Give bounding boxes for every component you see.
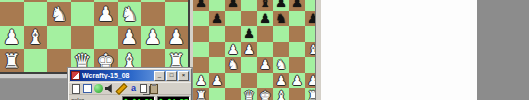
right-board-viewport: ♟♟♝♟♟♟♟♞♟♟♟♟♝♞♟♞♟♟♟♟♟♜♛♚♝♜ xyxy=(193,0,315,100)
white-pawn: ♟ xyxy=(259,58,271,71)
square-h2[interactable]: ♟ xyxy=(305,73,315,89)
square-e2[interactable] xyxy=(94,26,118,50)
square-c3[interactable]: ♞ xyxy=(225,57,241,73)
letter-a-icon[interactable]: a xyxy=(129,84,138,93)
open-document-icon[interactable] xyxy=(83,84,92,93)
square-h1[interactable]: ♜ xyxy=(305,88,315,100)
white-rook: ♜ xyxy=(195,89,207,100)
square-b5[interactable] xyxy=(209,26,225,42)
square-h3[interactable] xyxy=(305,57,315,73)
square-d2[interactable] xyxy=(71,26,95,50)
black-clock: 0:04:57 xyxy=(157,96,190,100)
square-e3[interactable]: ♟ xyxy=(94,2,118,26)
clipboard-icon[interactable] xyxy=(150,84,158,94)
white-pawn: ♟ xyxy=(3,27,21,47)
black-knight: ♞ xyxy=(275,12,287,25)
square-b2[interactable]: ♝ xyxy=(24,26,48,50)
dialog-toolbar: a xyxy=(69,82,191,94)
square-h7[interactable] xyxy=(305,0,315,11)
square-c4[interactable]: ♟ xyxy=(225,42,241,58)
square-a2[interactable]: ♟ xyxy=(0,26,24,50)
white-pawn: ♟ xyxy=(307,74,315,87)
square-a6[interactable] xyxy=(193,11,209,27)
square-b4[interactable] xyxy=(209,42,225,58)
square-f2[interactable]: ♟ xyxy=(273,73,289,89)
green-ball-icon[interactable] xyxy=(94,84,103,93)
color-label: color xyxy=(71,96,120,100)
close-button[interactable]: × xyxy=(178,71,189,81)
square-g2[interactable]: ♟ xyxy=(289,73,305,89)
square-b7[interactable] xyxy=(209,0,225,11)
square-c1[interactable] xyxy=(47,49,71,73)
white-pawn: ♟ xyxy=(275,74,287,87)
speaker-icon[interactable] xyxy=(105,84,114,93)
square-a7[interactable]: ♟ xyxy=(193,0,209,11)
square-g1[interactable] xyxy=(289,88,305,100)
square-d1[interactable]: ♛ xyxy=(241,88,257,100)
left-chessboard: ♞♟♞♟♝♟♟♟♜♛♚♝♜ xyxy=(0,0,188,73)
square-f3[interactable]: ♞ xyxy=(273,57,289,73)
white-knight: ♞ xyxy=(275,58,287,71)
square-b1[interactable] xyxy=(24,49,48,73)
white-pawn: ♟ xyxy=(195,74,207,87)
square-h4[interactable]: ♝ xyxy=(305,42,315,58)
white-pawn: ♟ xyxy=(144,27,162,47)
white-knight: ♞ xyxy=(227,58,239,71)
white-knight: ♞ xyxy=(120,4,138,24)
square-c7[interactable]: ♟ xyxy=(225,0,241,11)
black-pawn: ♟ xyxy=(259,12,271,25)
square-g2[interactable]: ♟ xyxy=(141,26,165,50)
square-g3[interactable] xyxy=(289,57,305,73)
square-a3[interactable] xyxy=(193,57,209,73)
black-pawn: ♟ xyxy=(275,0,287,9)
square-d7[interactable] xyxy=(241,0,257,11)
square-g3[interactable] xyxy=(141,2,165,26)
square-b3[interactable] xyxy=(209,57,225,73)
square-h5[interactable] xyxy=(305,26,315,42)
square-e5[interactable] xyxy=(257,26,273,42)
square-h6[interactable]: ♟ xyxy=(305,11,315,27)
white-pawn: ♟ xyxy=(167,27,185,47)
right-chessboard: ♟♟♝♟♟♟♟♞♟♟♟♟♝♞♟♞♟♟♟♟♟♜♛♚♝♜ xyxy=(193,0,315,100)
black-pawn: ♟ xyxy=(195,0,207,9)
pencil-icon[interactable] xyxy=(115,82,127,94)
app-icon xyxy=(71,71,80,80)
white-bishop: ♝ xyxy=(307,43,315,56)
new-document-icon[interactable] xyxy=(72,84,80,94)
white-clock: 0:04:51 xyxy=(122,96,155,100)
white-pawn: ♟ xyxy=(227,43,239,56)
white-pawn: ♟ xyxy=(211,74,223,87)
white-knight: ♞ xyxy=(50,4,68,24)
square-a4[interactable] xyxy=(193,42,209,58)
background-window-pane xyxy=(321,0,478,100)
square-f4[interactable] xyxy=(273,42,289,58)
square-e6[interactable]: ♟ xyxy=(257,11,273,27)
square-c1[interactable] xyxy=(225,88,241,100)
square-d3[interactable] xyxy=(241,57,257,73)
square-c5[interactable] xyxy=(225,26,241,42)
square-h2[interactable]: ♟ xyxy=(165,26,189,50)
square-g5[interactable] xyxy=(289,26,305,42)
maximize-button[interactable]: □ xyxy=(166,71,177,81)
dialog-titlebar[interactable]: Wcrafty-15_08 _ □ × xyxy=(70,70,190,81)
square-a3[interactable] xyxy=(0,2,24,26)
square-c3[interactable]: ♞ xyxy=(47,2,71,26)
white-king: ♚ xyxy=(259,89,271,100)
square-c6[interactable] xyxy=(225,11,241,27)
square-a5[interactable] xyxy=(193,26,209,42)
square-g7[interactable]: ♟ xyxy=(289,0,305,11)
square-b6[interactable]: ♟ xyxy=(209,11,225,27)
square-e7[interactable]: ♝ xyxy=(257,0,273,11)
white-bishop: ♝ xyxy=(26,27,44,47)
square-d3[interactable] xyxy=(71,2,95,26)
square-a1[interactable]: ♜ xyxy=(0,49,24,73)
white-rook: ♜ xyxy=(307,89,315,100)
screen: ♞♟♞♟♝♟♟♟♜♛♚♝♜ ♟♟♝♟♟♟♟♞♟♟♟♟♝♞♟♞♟♟♟♟♟♜♛♚♝♜… xyxy=(0,0,529,100)
square-a1[interactable]: ♜ xyxy=(193,88,209,100)
square-c2[interactable] xyxy=(225,73,241,89)
square-b2[interactable]: ♟ xyxy=(209,73,225,89)
square-d5[interactable]: ♟ xyxy=(241,26,257,42)
square-a2[interactable]: ♟ xyxy=(193,73,209,89)
dialog-title: Wcrafty-15_08 xyxy=(82,72,153,79)
square-e1[interactable]: ♚ xyxy=(257,88,273,100)
square-f5[interactable] xyxy=(273,26,289,42)
square-e2[interactable] xyxy=(257,73,273,89)
desktop-background xyxy=(477,0,529,100)
square-e4[interactable] xyxy=(257,42,273,58)
square-c2[interactable] xyxy=(47,26,71,50)
square-b1[interactable] xyxy=(209,88,225,100)
square-b3[interactable] xyxy=(24,2,48,26)
square-f2[interactable]: ♟ xyxy=(118,26,142,50)
square-d6[interactable] xyxy=(241,11,257,27)
square-f1[interactable]: ♝ xyxy=(273,88,289,100)
square-d2[interactable] xyxy=(241,73,257,89)
engine-dialog-window: Wcrafty-15_08 _ □ × a color 0:04:51 0:04… xyxy=(68,68,192,100)
black-pawn: ♟ xyxy=(227,0,239,9)
copy-icon[interactable] xyxy=(140,84,147,93)
square-e3[interactable]: ♟ xyxy=(257,57,273,73)
black-pawn: ♟ xyxy=(243,27,255,40)
white-rook: ♜ xyxy=(3,51,21,71)
square-g6[interactable] xyxy=(289,11,305,27)
square-f3[interactable]: ♞ xyxy=(118,2,142,26)
white-pawn: ♟ xyxy=(291,74,303,87)
square-f6[interactable]: ♞ xyxy=(273,11,289,27)
white-pawn: ♟ xyxy=(243,43,255,56)
square-f7[interactable]: ♟ xyxy=(273,0,289,11)
dialog-content: color 0:04:51 0:04:57 xyxy=(69,94,191,100)
white-pawn: ♟ xyxy=(97,4,115,24)
minimize-button[interactable]: _ xyxy=(154,71,165,81)
black-bishop: ♝ xyxy=(259,0,271,9)
white-queen: ♛ xyxy=(243,89,255,100)
square-g4[interactable] xyxy=(289,42,305,58)
square-h3[interactable] xyxy=(165,2,189,26)
white-pawn: ♟ xyxy=(120,27,138,47)
white-bishop: ♝ xyxy=(275,89,287,100)
black-pawn: ♟ xyxy=(291,0,303,9)
black-pawn: ♟ xyxy=(211,12,223,25)
black-pawn: ♟ xyxy=(307,12,315,25)
right-chessboard-window: ♟♟♝♟♟♟♟♞♟♟♟♟♝♞♟♞♟♟♟♟♟♜♛♚♝♜ xyxy=(190,0,321,100)
square-d4[interactable]: ♟ xyxy=(241,42,257,58)
